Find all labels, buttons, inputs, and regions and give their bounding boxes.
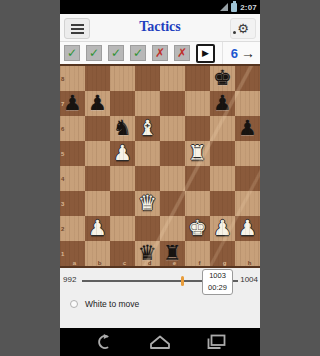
square-c4[interactable] <box>110 166 135 191</box>
square-g3[interactable] <box>210 191 235 216</box>
square-b2[interactable]: ♟ <box>85 216 110 241</box>
rank-label-8: 8 <box>61 76 64 82</box>
square-g4[interactable] <box>210 166 235 191</box>
rating-min-label: 992 <box>63 275 76 284</box>
screen: 2:07 Tactics ⚙ ✓✓✓✓✗✗ ▶ 6 → 8♚7♟♟♟6♞♝♟5♟… <box>60 0 260 356</box>
board-frame: 8♚7♟♟♟6♞♝♟5♟♜43♛2♟♚♟♟1abcd♛e♜fgh <box>60 64 260 268</box>
square-e1[interactable]: e♜ <box>160 241 185 266</box>
square-b3[interactable] <box>85 191 110 216</box>
results-toolbar: ✓✓✓✓✗✗ ▶ 6 → <box>60 42 260 64</box>
result-4-correct: ✓ <box>130 45 146 61</box>
square-e2[interactable] <box>160 216 185 241</box>
piece-white-pawn[interactable]: ♟ <box>85 216 110 241</box>
recents-icon[interactable] <box>204 334 228 351</box>
square-f4[interactable] <box>185 166 210 191</box>
rank-label-2: 2 <box>61 226 64 232</box>
square-h1[interactable]: h <box>235 241 260 266</box>
file-label-g: g <box>223 260 227 266</box>
square-g2[interactable]: ♟ <box>210 216 235 241</box>
square-e6[interactable] <box>160 116 185 141</box>
file-label-c: c <box>123 260 126 266</box>
square-d7[interactable] <box>135 91 160 116</box>
square-g5[interactable] <box>210 141 235 166</box>
battery-icon <box>231 3 237 12</box>
square-f6[interactable] <box>185 116 210 141</box>
square-c8[interactable] <box>110 66 135 91</box>
next-arrow-icon: → <box>241 46 255 60</box>
square-c5[interactable]: ♟ <box>110 141 135 166</box>
rating-value-box: 1003 00:29 <box>202 269 233 295</box>
file-label-b: b <box>98 260 102 266</box>
rank-label-4: 4 <box>61 176 64 182</box>
square-b4[interactable] <box>85 166 110 191</box>
square-a6[interactable]: 6 <box>60 116 85 141</box>
square-h6[interactable]: ♟ <box>235 116 260 141</box>
puzzle-counter: 6 <box>231 46 238 61</box>
result-5-wrong: ✗ <box>152 45 168 61</box>
square-d2[interactable] <box>135 216 160 241</box>
square-f1[interactable]: f <box>185 241 210 266</box>
square-d5[interactable] <box>135 141 160 166</box>
square-e5[interactable] <box>160 141 185 166</box>
square-g7[interactable]: ♟ <box>210 91 235 116</box>
move-indicator-row: White to move <box>60 296 260 314</box>
square-g6[interactable] <box>210 116 235 141</box>
piece-white-pawn[interactable]: ♟ <box>110 141 135 166</box>
chess-board: 8♚7♟♟♟6♞♝♟5♟♜43♛2♟♚♟♟1abcd♛e♜fgh <box>60 66 260 266</box>
square-a3[interactable]: 3 <box>60 191 85 216</box>
status-bar: 2:07 <box>60 0 260 14</box>
piece-black-queen[interactable]: ♛ <box>135 241 160 266</box>
piece-white-bishop[interactable]: ♝ <box>135 116 160 141</box>
file-label-a: a <box>73 260 76 266</box>
piece-black-pawn[interactable]: ♟ <box>235 116 260 141</box>
gear-icon: ⚙ <box>237 22 249 35</box>
square-d1[interactable]: d♛ <box>135 241 160 266</box>
square-h8[interactable] <box>235 66 260 91</box>
square-b7[interactable]: ♟ <box>85 91 110 116</box>
square-f7[interactable] <box>185 91 210 116</box>
square-c3[interactable] <box>110 191 135 216</box>
piece-white-rook[interactable]: ♜ <box>185 141 210 166</box>
square-f2[interactable]: ♚ <box>185 216 210 241</box>
square-d3[interactable]: ♛ <box>135 191 160 216</box>
square-a2[interactable]: 2 <box>60 216 85 241</box>
play-icon: ▶ <box>202 49 209 58</box>
piece-black-pawn[interactable]: ♟ <box>60 91 85 116</box>
square-h7[interactable] <box>235 91 260 116</box>
square-h3[interactable] <box>235 191 260 216</box>
square-e4[interactable] <box>160 166 185 191</box>
square-e7[interactable] <box>160 91 185 116</box>
piece-white-king[interactable]: ♚ <box>185 216 210 241</box>
result-6-wrong: ✗ <box>174 45 190 61</box>
results-row: ✓✓✓✓✗✗ <box>64 45 196 61</box>
square-f3[interactable] <box>185 191 210 216</box>
square-c6[interactable]: ♞ <box>110 116 135 141</box>
puzzle-counter-wrap[interactable]: 6 → <box>222 42 260 64</box>
square-e3[interactable] <box>160 191 185 216</box>
square-b6[interactable] <box>85 116 110 141</box>
square-a5[interactable]: 5 <box>60 141 85 166</box>
result-1-correct: ✓ <box>64 45 80 61</box>
piece-black-rook[interactable]: ♜ <box>160 241 185 266</box>
result-2-correct: ✓ <box>86 45 102 61</box>
square-g8[interactable]: ♚ <box>210 66 235 91</box>
square-d4[interactable] <box>135 166 160 191</box>
square-a4[interactable]: 4 <box>60 166 85 191</box>
square-b1[interactable]: b <box>85 241 110 266</box>
white-dot-icon <box>70 300 78 308</box>
rank-label-3: 3 <box>61 201 64 207</box>
rank-label-1: 1 <box>61 251 64 257</box>
piece-black-knight[interactable]: ♞ <box>110 116 135 141</box>
to-move-label: White to move <box>85 299 139 309</box>
square-b8[interactable] <box>85 66 110 91</box>
piece-black-pawn[interactable]: ♟ <box>85 91 110 116</box>
square-d8[interactable] <box>135 66 160 91</box>
result-3-correct: ✓ <box>108 45 124 61</box>
file-label-f: f <box>199 260 201 266</box>
status-clock: 2:07 <box>240 3 257 12</box>
solve-time: 00:29 <box>203 282 232 294</box>
square-f5[interactable]: ♜ <box>185 141 210 166</box>
square-f8[interactable] <box>185 66 210 91</box>
square-a7[interactable]: 7♟ <box>60 91 85 116</box>
rating-slider-row: 992 1003 00:29 1004 <box>60 268 260 296</box>
rank-label-6: 6 <box>61 126 64 132</box>
signal-icon <box>220 3 228 11</box>
square-c7[interactable] <box>110 91 135 116</box>
square-a1[interactable]: 1a <box>60 241 85 266</box>
square-h4[interactable] <box>235 166 260 191</box>
piece-black-pawn[interactable]: ♟ <box>210 91 235 116</box>
square-b5[interactable] <box>85 141 110 166</box>
square-g1[interactable]: g <box>210 241 235 266</box>
square-a8[interactable]: 8 <box>60 66 85 91</box>
rating-slider-marker[interactable] <box>181 276 184 286</box>
piece-white-queen[interactable]: ♛ <box>135 191 160 216</box>
square-c2[interactable] <box>110 216 135 241</box>
piece-white-pawn[interactable]: ♟ <box>210 216 235 241</box>
square-d6[interactable]: ♝ <box>135 116 160 141</box>
square-c1[interactable]: c <box>110 241 135 266</box>
file-label-h: h <box>248 260 252 266</box>
square-h2[interactable]: ♟ <box>235 216 260 241</box>
home-icon[interactable] <box>148 334 172 351</box>
android-nav-bar <box>60 328 260 356</box>
settings-button[interactable]: ⚙ <box>230 18 256 39</box>
square-e8[interactable] <box>160 66 185 91</box>
rating-max-label: 1004 <box>240 275 258 284</box>
rank-label-5: 5 <box>61 151 64 157</box>
app-bar: Tactics ⚙ <box>60 14 260 42</box>
piece-white-pawn[interactable]: ♟ <box>235 216 260 241</box>
rating-value: 1003 <box>203 270 232 282</box>
square-h5[interactable] <box>235 141 260 166</box>
play-button[interactable]: ▶ <box>196 44 215 63</box>
piece-black-king[interactable]: ♚ <box>210 66 235 91</box>
back-icon[interactable] <box>92 334 116 351</box>
